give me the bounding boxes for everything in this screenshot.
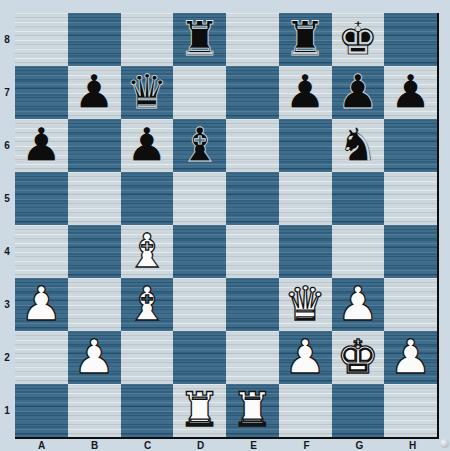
square-f3[interactable]: ♛ [279,278,332,331]
square-e7[interactable] [226,66,279,119]
white-rook-d1[interactable]: ♜ [179,386,221,433]
square-g6[interactable]: ♞ [332,119,385,172]
white-king-g2[interactable]: ♚ [337,333,379,380]
square-b7[interactable]: ♟ [68,66,121,119]
square-b1[interactable] [68,384,121,437]
square-b8[interactable] [68,13,121,66]
square-f5[interactable] [279,172,332,225]
square-d5[interactable] [173,172,226,225]
white-queen-f3[interactable]: ♛ [284,280,326,327]
square-a3[interactable]: ♟ [15,278,68,331]
square-e5[interactable] [226,172,279,225]
white-rook-e1[interactable]: ♜ [231,386,273,433]
square-g7[interactable]: ♟ [332,66,385,119]
square-a2[interactable] [15,331,68,384]
rank-label-1: 1 [0,384,14,437]
rank-label-2: 2 [0,331,14,384]
square-b5[interactable] [68,172,121,225]
rank-label-6: 6 [0,119,14,172]
white-pawn-g3[interactable]: ♟ [337,280,379,327]
rank-label-4: 4 [0,225,14,278]
white-pawn-f2[interactable]: ♟ [284,333,326,380]
black-pawn-a6[interactable]: ♟ [20,121,62,168]
square-c7[interactable]: ♛ [121,66,174,119]
file-label-f: F [280,440,333,451]
square-a6[interactable]: ♟ [15,119,68,172]
square-h3[interactable] [384,278,437,331]
square-h1[interactable] [384,384,437,437]
square-c2[interactable] [121,331,174,384]
square-a8[interactable] [15,13,68,66]
square-e8[interactable] [226,13,279,66]
black-pawn-g7[interactable]: ♟ [337,68,379,115]
square-e1[interactable]: ♜ [226,384,279,437]
square-h6[interactable] [384,119,437,172]
black-pawn-f7[interactable]: ♟ [284,68,326,115]
rank-labels: 87654321 [0,13,14,437]
square-f6[interactable] [279,119,332,172]
square-b4[interactable] [68,225,121,278]
square-d6[interactable]: ♝ [173,119,226,172]
black-pawn-b7[interactable]: ♟ [73,68,115,115]
chess-board: ♜♜♚♟♛♟♟♟♟♟♝♞♝♟♝♛♟♟♟♚♟♜♜ [15,13,439,439]
black-king-g8[interactable]: ♚ [337,15,379,62]
square-g5[interactable] [332,172,385,225]
square-a1[interactable] [15,384,68,437]
square-d2[interactable] [173,331,226,384]
square-c8[interactable] [121,13,174,66]
square-g3[interactable]: ♟ [332,278,385,331]
square-d1[interactable]: ♜ [173,384,226,437]
square-e2[interactable] [226,331,279,384]
white-bishop-c3[interactable]: ♝ [126,280,168,327]
square-d7[interactable] [173,66,226,119]
black-pawn-h7[interactable]: ♟ [390,68,432,115]
file-label-b: B [68,440,121,451]
white-pawn-b2[interactable]: ♟ [73,333,115,380]
file-label-e: E [227,440,280,451]
black-rook-d8[interactable]: ♜ [179,15,221,62]
square-b2[interactable]: ♟ [68,331,121,384]
rank-label-3: 3 [0,278,14,331]
white-pawn-a3[interactable]: ♟ [20,280,62,327]
rank-label-7: 7 [0,66,14,119]
white-bishop-c4[interactable]: ♝ [126,227,168,274]
black-bishop-d6[interactable]: ♝ [179,121,221,168]
square-a4[interactable] [15,225,68,278]
rank-label-8: 8 [0,13,14,66]
file-label-g: G [333,440,386,451]
square-g1[interactable] [332,384,385,437]
square-h7[interactable]: ♟ [384,66,437,119]
square-h5[interactable] [384,172,437,225]
file-label-d: D [174,440,227,451]
square-e3[interactable] [226,278,279,331]
corner-grip-icon [440,439,449,448]
square-b6[interactable] [68,119,121,172]
square-g4[interactable] [332,225,385,278]
square-f8[interactable]: ♜ [279,13,332,66]
square-d8[interactable]: ♜ [173,13,226,66]
square-c3[interactable]: ♝ [121,278,174,331]
square-g2[interactable]: ♚ [332,331,385,384]
square-a7[interactable] [15,66,68,119]
square-e6[interactable] [226,119,279,172]
rank-label-5: 5 [0,172,14,225]
square-d3[interactable] [173,278,226,331]
file-label-h: H [386,440,439,451]
square-f1[interactable] [279,384,332,437]
square-c1[interactable] [121,384,174,437]
file-labels: ABCDEFGH [15,440,439,451]
square-h2[interactable]: ♟ [384,331,437,384]
square-f4[interactable] [279,225,332,278]
square-g8[interactable]: ♚ [332,13,385,66]
file-label-a: A [15,440,68,451]
black-pawn-c6[interactable]: ♟ [126,121,168,168]
square-d4[interactable] [173,225,226,278]
square-c6[interactable]: ♟ [121,119,174,172]
square-c5[interactable] [121,172,174,225]
square-h4[interactable] [384,225,437,278]
square-f7[interactable]: ♟ [279,66,332,119]
square-b3[interactable] [68,278,121,331]
square-a5[interactable] [15,172,68,225]
square-c4[interactable]: ♝ [121,225,174,278]
black-rook-f8[interactable]: ♜ [284,15,326,62]
square-e4[interactable] [226,225,279,278]
black-knight-g6[interactable]: ♞ [337,121,379,168]
square-f2[interactable]: ♟ [279,331,332,384]
square-h8[interactable] [384,13,437,66]
white-pawn-h2[interactable]: ♟ [390,333,432,380]
black-queen-c7[interactable]: ♛ [126,68,168,115]
file-label-c: C [121,440,174,451]
